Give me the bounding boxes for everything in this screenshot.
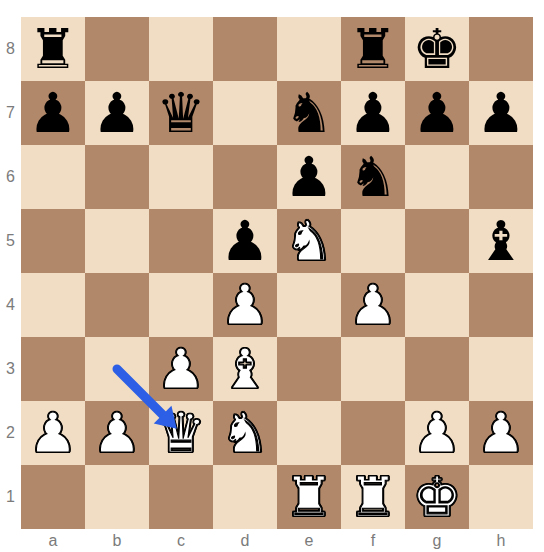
file-label-d: d bbox=[213, 529, 277, 552]
rank-label-2: 2 bbox=[0, 401, 21, 465]
piece-black-knight[interactable]: ♞ bbox=[277, 81, 341, 145]
square-f3[interactable] bbox=[341, 337, 405, 401]
rank-label-5: 5 bbox=[0, 209, 21, 273]
piece-black-king[interactable]: ♚ bbox=[405, 17, 469, 81]
square-c7[interactable]: ♛ bbox=[149, 81, 213, 145]
square-d8[interactable] bbox=[213, 17, 277, 81]
square-e7[interactable]: ♞ bbox=[277, 81, 341, 145]
rank-label-6: 6 bbox=[0, 145, 21, 209]
square-f8[interactable]: ♜ bbox=[341, 17, 405, 81]
square-e6[interactable]: ♟ bbox=[277, 145, 341, 209]
piece-white-pawn[interactable]: ♟ bbox=[85, 401, 149, 465]
square-b1[interactable] bbox=[85, 465, 149, 529]
piece-black-pawn[interactable]: ♟ bbox=[469, 81, 533, 145]
square-b6[interactable] bbox=[85, 145, 149, 209]
square-h8[interactable] bbox=[469, 17, 533, 81]
file-label-h: h bbox=[469, 529, 533, 552]
rank-label-7: 7 bbox=[0, 81, 21, 145]
square-g6[interactable] bbox=[405, 145, 469, 209]
piece-black-rook[interactable]: ♜ bbox=[21, 17, 85, 81]
chess-board[interactable]: ♜♜♚♟♟♛♞♟♟♟♟♞♟♞♝♟♟♟♝♟♟♛♞♟♟♜♜♚ bbox=[21, 17, 533, 529]
square-f4[interactable]: ♟ bbox=[341, 273, 405, 337]
piece-white-rook[interactable]: ♜ bbox=[341, 465, 405, 529]
square-a1[interactable] bbox=[21, 465, 85, 529]
rank-label-1: 1 bbox=[0, 465, 21, 529]
piece-white-queen[interactable]: ♛ bbox=[149, 401, 213, 465]
square-c8[interactable] bbox=[149, 17, 213, 81]
square-c2[interactable]: ♛ bbox=[149, 401, 213, 465]
piece-white-king[interactable]: ♚ bbox=[405, 465, 469, 529]
square-c6[interactable] bbox=[149, 145, 213, 209]
square-g1[interactable]: ♚ bbox=[405, 465, 469, 529]
rank-label-4: 4 bbox=[0, 273, 21, 337]
rank-label-8: 8 bbox=[0, 17, 21, 81]
square-f2[interactable] bbox=[341, 401, 405, 465]
file-label-a: a bbox=[21, 529, 85, 552]
file-label-f: f bbox=[341, 529, 405, 552]
square-d1[interactable] bbox=[213, 465, 277, 529]
square-e1[interactable]: ♜ bbox=[277, 465, 341, 529]
square-b3[interactable] bbox=[85, 337, 149, 401]
piece-white-pawn[interactable]: ♟ bbox=[149, 337, 213, 401]
square-g5[interactable] bbox=[405, 209, 469, 273]
file-label-c: c bbox=[149, 529, 213, 552]
square-a4[interactable] bbox=[21, 273, 85, 337]
square-b8[interactable] bbox=[85, 17, 149, 81]
square-b5[interactable] bbox=[85, 209, 149, 273]
square-d5[interactable]: ♟ bbox=[213, 209, 277, 273]
square-g3[interactable] bbox=[405, 337, 469, 401]
square-e2[interactable] bbox=[277, 401, 341, 465]
file-label-e: e bbox=[277, 529, 341, 552]
piece-white-pawn[interactable]: ♟ bbox=[341, 273, 405, 337]
square-h4[interactable] bbox=[469, 273, 533, 337]
square-c5[interactable] bbox=[149, 209, 213, 273]
square-a7[interactable]: ♟ bbox=[21, 81, 85, 145]
rank-label-3: 3 bbox=[0, 337, 21, 401]
square-e3[interactable] bbox=[277, 337, 341, 401]
piece-black-queen[interactable]: ♛ bbox=[149, 81, 213, 145]
square-a2[interactable]: ♟ bbox=[21, 401, 85, 465]
piece-black-pawn[interactable]: ♟ bbox=[213, 209, 277, 273]
piece-black-pawn[interactable]: ♟ bbox=[21, 81, 85, 145]
square-d2[interactable]: ♞ bbox=[213, 401, 277, 465]
square-g7[interactable]: ♟ bbox=[405, 81, 469, 145]
square-a3[interactable] bbox=[21, 337, 85, 401]
piece-black-pawn[interactable]: ♟ bbox=[341, 81, 405, 145]
square-g2[interactable]: ♟ bbox=[405, 401, 469, 465]
file-label-g: g bbox=[405, 529, 469, 552]
square-b7[interactable]: ♟ bbox=[85, 81, 149, 145]
square-g8[interactable]: ♚ bbox=[405, 17, 469, 81]
square-a8[interactable]: ♜ bbox=[21, 17, 85, 81]
piece-black-knight[interactable]: ♞ bbox=[341, 145, 405, 209]
piece-white-knight[interactable]: ♞ bbox=[277, 209, 341, 273]
piece-white-pawn[interactable]: ♟ bbox=[21, 401, 85, 465]
square-g4[interactable] bbox=[405, 273, 469, 337]
square-d3[interactable]: ♝ bbox=[213, 337, 277, 401]
square-f7[interactable]: ♟ bbox=[341, 81, 405, 145]
rank-labels: 87654321 bbox=[0, 17, 21, 529]
square-h7[interactable]: ♟ bbox=[469, 81, 533, 145]
chess-board-panel: 87654321 ♜♜♚♟♟♛♞♟♟♟♟♞♟♞♝♟♟♟♝♟♟♛♞♟♟♜♜♚ ab… bbox=[0, 0, 544, 552]
piece-white-knight[interactable]: ♞ bbox=[213, 401, 277, 465]
square-f1[interactable]: ♜ bbox=[341, 465, 405, 529]
square-f5[interactable] bbox=[341, 209, 405, 273]
square-c4[interactable] bbox=[149, 273, 213, 337]
file-label-b: b bbox=[85, 529, 149, 552]
square-d6[interactable] bbox=[213, 145, 277, 209]
piece-black-pawn[interactable]: ♟ bbox=[405, 81, 469, 145]
piece-black-rook[interactable]: ♜ bbox=[341, 17, 405, 81]
square-e8[interactable] bbox=[277, 17, 341, 81]
square-b4[interactable] bbox=[85, 273, 149, 337]
square-h5[interactable]: ♝ bbox=[469, 209, 533, 273]
piece-black-pawn[interactable]: ♟ bbox=[277, 145, 341, 209]
piece-white-pawn[interactable]: ♟ bbox=[405, 401, 469, 465]
piece-white-pawn[interactable]: ♟ bbox=[213, 273, 277, 337]
square-h6[interactable] bbox=[469, 145, 533, 209]
square-h1[interactable] bbox=[469, 465, 533, 529]
square-a6[interactable] bbox=[21, 145, 85, 209]
square-c3[interactable]: ♟ bbox=[149, 337, 213, 401]
square-e5[interactable]: ♞ bbox=[277, 209, 341, 273]
piece-white-pawn[interactable]: ♟ bbox=[469, 401, 533, 465]
piece-black-pawn[interactable]: ♟ bbox=[85, 81, 149, 145]
piece-white-rook[interactable]: ♜ bbox=[277, 465, 341, 529]
square-d7[interactable] bbox=[213, 81, 277, 145]
square-e4[interactable] bbox=[277, 273, 341, 337]
square-d4[interactable]: ♟ bbox=[213, 273, 277, 337]
square-f6[interactable]: ♞ bbox=[341, 145, 405, 209]
square-c1[interactable] bbox=[149, 465, 213, 529]
piece-black-bishop[interactable]: ♝ bbox=[469, 209, 533, 273]
square-h2[interactable]: ♟ bbox=[469, 401, 533, 465]
piece-white-bishop[interactable]: ♝ bbox=[213, 337, 277, 401]
square-b2[interactable]: ♟ bbox=[85, 401, 149, 465]
square-h3[interactable] bbox=[469, 337, 533, 401]
square-a5[interactable] bbox=[21, 209, 85, 273]
file-labels: abcdefgh bbox=[21, 529, 533, 552]
